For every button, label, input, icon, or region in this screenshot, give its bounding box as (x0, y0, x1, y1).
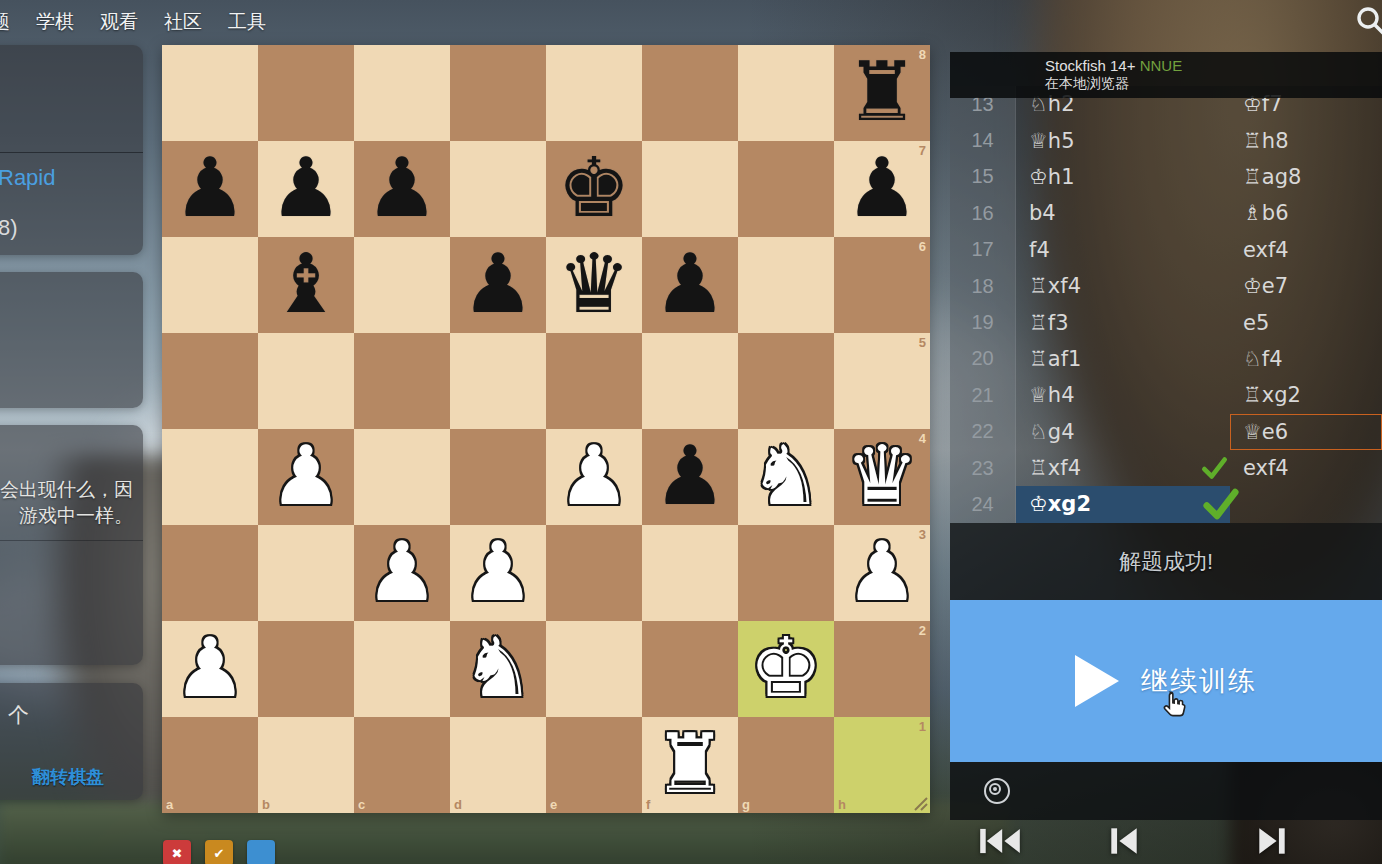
move-number: 14 (950, 122, 1016, 158)
file-label: b (262, 797, 270, 812)
square-a5[interactable] (162, 333, 258, 429)
file-label: f (646, 797, 650, 812)
move-number: 21 (950, 377, 1016, 413)
move-row-14: 14♕h5♖h8 (950, 122, 1382, 158)
file-label: c (358, 797, 365, 812)
square-g8[interactable] (738, 45, 834, 141)
square-e3[interactable] (546, 525, 642, 621)
square-f5[interactable] (642, 333, 738, 429)
white-move-16[interactable]: b4 (1016, 195, 1230, 231)
file-label: g (742, 797, 750, 812)
continue-training-label: 继续训练 (1141, 663, 1257, 699)
square-e4[interactable]: ♟ (546, 429, 642, 525)
next-move-button[interactable] (1256, 826, 1300, 858)
black-move-24[interactable] (1230, 486, 1382, 522)
white-move-15[interactable]: ♔h1 (1016, 159, 1230, 195)
move-number: 22 (950, 414, 1016, 450)
file-label: a (166, 797, 173, 812)
square-c7[interactable]: ♟ (354, 141, 450, 237)
square-c1[interactable]: c (354, 717, 450, 813)
square-a6[interactable] (162, 237, 258, 333)
move-row-22: 22♘g4♕e6 (950, 414, 1382, 450)
square-h4[interactable]: ♛4 (834, 429, 930, 525)
square-g5[interactable] (738, 333, 834, 429)
square-e5[interactable] (546, 333, 642, 429)
target-circle-icon[interactable] (984, 778, 1010, 804)
move-row-18: 18♖xf4♔e7 (950, 268, 1382, 304)
previous-move-button[interactable] (1108, 826, 1152, 858)
square-d5[interactable] (450, 333, 546, 429)
square-d3[interactable]: ♟ (450, 525, 546, 621)
black-queen[interactable]: ♛ (546, 237, 642, 333)
rank-label: 4 (919, 431, 926, 446)
go-to-start-button[interactable] (978, 826, 1022, 858)
white-pawn[interactable]: ♟ (258, 429, 354, 525)
black-pawn[interactable]: ♟ (450, 237, 546, 333)
square-d4[interactable] (450, 429, 546, 525)
black-move-17[interactable]: exf4 (1230, 232, 1382, 268)
square-a1[interactable]: a (162, 717, 258, 813)
black-move-16[interactable]: ♗b6 (1230, 195, 1382, 231)
file-label: d (454, 797, 462, 812)
square-a2[interactable]: ♟ (162, 621, 258, 717)
black-pawn[interactable]: ♟ (258, 141, 354, 237)
black-move-19[interactable]: e5 (1230, 304, 1382, 340)
square-f4[interactable]: ♟ (642, 429, 738, 525)
square-h1[interactable]: 1h (834, 717, 930, 813)
square-b4[interactable]: ♟ (258, 429, 354, 525)
black-move-15[interactable]: ♖ag8 (1230, 159, 1382, 195)
move-number: 20 (950, 341, 1016, 377)
divider (0, 152, 143, 153)
black-king[interactable]: ♚ (546, 141, 642, 237)
white-pawn[interactable]: ♟ (162, 621, 258, 717)
black-move-21[interactable]: ♖xg2 (1230, 377, 1382, 413)
white-queen[interactable]: ♛ (834, 429, 930, 525)
square-a3[interactable] (162, 525, 258, 621)
white-pawn[interactable]: ♟ (354, 525, 450, 621)
black-move-14[interactable]: ♖h8 (1230, 122, 1382, 158)
white-pawn[interactable]: ♟ (546, 429, 642, 525)
black-pawn[interactable]: ♟ (162, 141, 258, 237)
engine-tooltip: Stockfish 14+ NNUE 在本地浏览器 (950, 52, 1382, 98)
move-row-19: 19♖f3e5 (950, 304, 1382, 340)
white-move-19[interactable]: ♖f3 (1016, 304, 1230, 340)
engine-nnue-badge: NNUE (1140, 57, 1183, 74)
white-move-20[interactable]: ♖af1 (1016, 341, 1230, 377)
white-move-17[interactable]: f4 (1016, 232, 1230, 268)
black-move-20[interactable]: ♘f4 (1230, 341, 1382, 377)
square-b1[interactable]: b (258, 717, 354, 813)
hint-line: 会出现什么，因 (0, 477, 133, 503)
square-c2[interactable] (354, 621, 450, 717)
continue-small-button[interactable] (247, 840, 275, 864)
file-label: h (838, 797, 846, 812)
rank-label: 6 (919, 239, 926, 254)
square-g4[interactable]: ♞ (738, 429, 834, 525)
white-move-24[interactable]: ♔xg2 (1016, 486, 1230, 522)
bottom-side-panel: 个 翻转棋盘 (0, 683, 143, 800)
move-number: 24 (950, 486, 1016, 522)
square-f8[interactable] (642, 45, 738, 141)
black-pawn[interactable]: ♟ (834, 141, 930, 237)
success-message: 解题成功! (1119, 547, 1213, 577)
square-a8[interactable] (162, 45, 258, 141)
nav-item-3[interactable]: 社区 (164, 9, 202, 35)
engine-name: Stockfish 14+ (1045, 57, 1135, 74)
square-f6[interactable]: ♟ (642, 237, 738, 333)
square-d7[interactable] (450, 141, 546, 237)
square-f7[interactable] (642, 141, 738, 237)
square-e6[interactable]: ♛ (546, 237, 642, 333)
square-h5[interactable]: 5 (834, 333, 930, 429)
move-list: 13♘h2♔f714♕h5♖h815♔h1♖ag816b4♗b617f4exf4… (950, 86, 1382, 523)
square-f3[interactable] (642, 525, 738, 621)
square-b2[interactable] (258, 621, 354, 717)
square-b6[interactable]: ♝ (258, 237, 354, 333)
engine-location: 在本地浏览器 (1045, 75, 1382, 93)
square-d8[interactable] (450, 45, 546, 141)
square-g7[interactable] (738, 141, 834, 237)
move-number: 15 (950, 159, 1016, 195)
move-row-17: 17f4exf4 (950, 232, 1382, 268)
white-knight[interactable]: ♞ (450, 621, 546, 717)
square-h8[interactable]: ♜8 (834, 45, 930, 141)
square-h3[interactable]: ♟3 (834, 525, 930, 621)
nav-item-2[interactable]: 观看 (100, 9, 138, 35)
move-row-16: 16b4♗b6 (950, 195, 1382, 231)
continue-training-button[interactable]: 继续训练 (950, 600, 1382, 762)
black-pawn[interactable]: ♟ (642, 237, 738, 333)
play-icon (1075, 655, 1119, 707)
good-move-check-icon (1201, 455, 1228, 482)
puzzle-side-panel: Stockfish 14+ NNUE 在本地浏览器 13♘h2♔f714♕h5♖… (950, 0, 1382, 864)
square-e7[interactable]: ♚ (546, 141, 642, 237)
move-row-20: 20♖af1♘f4 (950, 341, 1382, 377)
search-icon[interactable] (1354, 4, 1382, 38)
chess-board[interactable]: ♜8♟♟♟♚♟7♝♟♛♟65♟♟♟♞♛4♟♟♟3♟♞♚2abcde♜fg1h (162, 45, 930, 813)
square-d1[interactable]: d (450, 717, 546, 813)
square-c4[interactable] (354, 429, 450, 525)
rank-label: 3 (919, 527, 926, 542)
rating-text: 8) (0, 215, 18, 241)
board-resize-handle[interactable] (910, 793, 928, 811)
white-rook[interactable]: ♜ (642, 717, 738, 813)
square-c8[interactable] (354, 45, 450, 141)
white-move-22[interactable]: ♘g4 (1016, 414, 1230, 450)
white-move-23[interactable]: ♖xf4 (1016, 450, 1230, 486)
square-b3[interactable] (258, 525, 354, 621)
black-bishop[interactable]: ♝ (258, 237, 354, 333)
rapid-link[interactable]: Rapid (0, 165, 55, 191)
move-number: 23 (950, 450, 1016, 486)
square-b5[interactable] (258, 333, 354, 429)
square-f2[interactable] (642, 621, 738, 717)
black-move-23[interactable]: exf4 (1230, 450, 1382, 486)
square-a7[interactable]: ♟ (162, 141, 258, 237)
black-pawn[interactable]: ♟ (354, 141, 450, 237)
move-row-24: 24♔xg2 (950, 486, 1382, 522)
move-nav-controls (950, 820, 1382, 864)
white-move-21[interactable]: ♕h4 (1016, 377, 1230, 413)
nav-item-4[interactable]: 工具 (228, 9, 266, 35)
move-number: 19 (950, 304, 1016, 340)
square-e8[interactable] (546, 45, 642, 141)
black-pawn[interactable]: ♟ (642, 429, 738, 525)
square-f1[interactable]: ♜f (642, 717, 738, 813)
check-icon: ✔ (214, 846, 225, 861)
white-move-18[interactable]: ♖xf4 (1016, 268, 1230, 304)
square-c5[interactable] (354, 333, 450, 429)
rank-label: 1 (919, 719, 926, 734)
square-b8[interactable] (258, 45, 354, 141)
puzzle-info-panel: Rapid 8) (0, 45, 143, 255)
nav-item-0[interactable]: 题 (0, 9, 10, 35)
status-banner: 解题成功! (950, 523, 1382, 600)
x-icon: ✖ (172, 846, 183, 861)
black-rook[interactable]: ♜ (834, 45, 930, 141)
square-d6[interactable]: ♟ (450, 237, 546, 333)
square-h7[interactable]: ♟7 (834, 141, 930, 237)
nav-item-1[interactable]: 学棋 (36, 9, 74, 35)
move-row-15: 15♔h1♖ag8 (950, 159, 1382, 195)
file-label: e (550, 797, 557, 812)
move-number: 18 (950, 268, 1016, 304)
side-panel (0, 272, 143, 408)
rank-label: 5 (919, 335, 926, 350)
divider (0, 540, 143, 541)
square-c3[interactable]: ♟ (354, 525, 450, 621)
move-number: 17 (950, 232, 1016, 268)
square-c6[interactable] (354, 237, 450, 333)
square-h6[interactable]: 6 (834, 237, 930, 333)
flip-board-link[interactable]: 翻转棋盘 (32, 765, 104, 789)
hint-panel: 会出现什么，因 游戏中一样。 (0, 425, 143, 665)
square-g3[interactable] (738, 525, 834, 621)
white-king[interactable]: ♚ (738, 621, 834, 717)
hint-line: 游戏中一样。 (0, 503, 133, 529)
move-row-23: 23♖xf4exf4 (950, 450, 1382, 486)
move-number: 16 (950, 195, 1016, 231)
rank-label: 2 (919, 623, 926, 638)
square-b7[interactable]: ♟ (258, 141, 354, 237)
fail-button[interactable]: ✖ (163, 840, 191, 864)
move-row-21: 21♕h4♖xg2 (950, 377, 1382, 413)
square-e2[interactable] (546, 621, 642, 717)
white-move-14[interactable]: ♕h5 (1016, 122, 1230, 158)
analysis-band (950, 762, 1382, 820)
square-e1[interactable]: e (546, 717, 642, 813)
square-h2[interactable]: 2 (834, 621, 930, 717)
black-move-22[interactable]: ♕e6 (1230, 414, 1382, 450)
success-button[interactable]: ✔ (205, 840, 233, 864)
top-nav: 题学棋观看社区工具 (0, 0, 266, 44)
square-d2[interactable]: ♞ (450, 621, 546, 717)
count-text: 个 (8, 701, 29, 729)
square-a4[interactable] (162, 429, 258, 525)
rank-label: 7 (919, 143, 926, 158)
black-move-18[interactable]: ♔e7 (1230, 268, 1382, 304)
white-knight[interactable]: ♞ (738, 429, 834, 525)
white-pawn[interactable]: ♟ (450, 525, 546, 621)
rank-label: 8 (919, 47, 926, 62)
square-g6[interactable] (738, 237, 834, 333)
white-pawn[interactable]: ♟ (834, 525, 930, 621)
square-g2[interactable]: ♚ (738, 621, 834, 717)
square-g1[interactable]: g (738, 717, 834, 813)
